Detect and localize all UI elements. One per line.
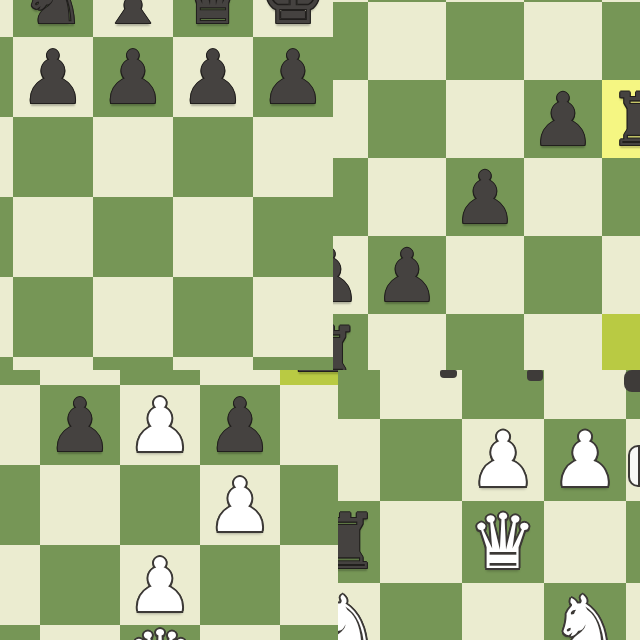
board-square[interactable] <box>338 370 380 419</box>
chess-board-collage: ♞♝♛♚♟♟♟♟♟♜♟♟♟♜♜♟♟♟♟♟♛♟♟♛♜♞♞ <box>0 0 640 640</box>
black-pawn[interactable]: ♟ <box>446 158 524 236</box>
board-square[interactable] <box>13 197 93 277</box>
board-square[interactable] <box>368 314 446 370</box>
black-rook[interactable]: ♜ <box>602 80 640 158</box>
board-square[interactable] <box>446 2 524 80</box>
black-pawn[interactable]: ♟ <box>93 37 173 117</box>
board-square[interactable] <box>368 158 446 236</box>
board-square[interactable] <box>446 236 524 314</box>
board-square[interactable] <box>524 236 602 314</box>
board-crop-bottom-right: ♟♟♛♜♞♞ <box>338 370 640 640</box>
black-knight[interactable]: ♞ <box>13 0 93 37</box>
piece-fragment <box>624 370 640 392</box>
board-square[interactable] <box>13 117 93 197</box>
board-square[interactable] <box>93 357 173 370</box>
board-square[interactable] <box>524 158 602 236</box>
board-square[interactable] <box>13 357 93 370</box>
white-pawn[interactable]: ♟ <box>120 385 200 465</box>
board-square[interactable] <box>200 625 280 640</box>
board-square[interactable] <box>280 465 338 545</box>
board-square[interactable] <box>0 0 13 37</box>
white-pawn[interactable]: ♟ <box>200 465 280 545</box>
board-square[interactable] <box>0 197 13 277</box>
board-square[interactable] <box>173 117 253 197</box>
white-queen[interactable]: ♛ <box>462 501 544 583</box>
piece-fragment <box>527 370 543 381</box>
highlighted-square[interactable] <box>602 314 640 370</box>
board-square[interactable] <box>602 158 640 236</box>
piece-fragment <box>628 445 640 487</box>
white-queen[interactable]: ♛ <box>120 617 200 640</box>
board-square[interactable] <box>338 419 380 501</box>
board-square[interactable] <box>40 625 120 640</box>
black-pawn[interactable]: ♟ <box>200 385 280 465</box>
black-king[interactable]: ♚ <box>253 0 333 37</box>
board-square[interactable] <box>93 117 173 197</box>
board-square[interactable] <box>0 385 40 465</box>
board-square[interactable] <box>0 545 40 625</box>
board-square[interactable] <box>173 277 253 357</box>
board-square[interactable] <box>280 385 338 465</box>
white-pawn[interactable]: ♟ <box>120 545 200 625</box>
black-rook[interactable]: ♜ <box>333 314 368 370</box>
board-square[interactable] <box>253 277 333 357</box>
board-square[interactable] <box>0 625 40 640</box>
board-square[interactable] <box>380 501 462 583</box>
board-square[interactable] <box>40 465 120 545</box>
white-knight[interactable]: ♞ <box>338 583 386 640</box>
board-square[interactable] <box>173 197 253 277</box>
black-pawn[interactable]: ♟ <box>13 37 93 117</box>
board-square[interactable] <box>626 583 640 640</box>
board-square[interactable] <box>626 501 640 583</box>
board-square[interactable] <box>0 277 13 357</box>
black-pawn[interactable]: ♟ <box>40 385 120 465</box>
board-square[interactable] <box>93 277 173 357</box>
board-square[interactable] <box>446 314 524 370</box>
black-pawn[interactable]: ♟ <box>333 236 368 314</box>
board-square[interactable] <box>0 465 40 545</box>
board-square[interactable] <box>333 158 368 236</box>
board-crop-bottom-left: ♜♟♟♟♟♟♛ <box>0 370 338 640</box>
black-pawn[interactable]: ♟ <box>524 80 602 158</box>
white-knight[interactable]: ♞ <box>544 583 626 640</box>
black-bishop[interactable]: ♝ <box>93 0 173 37</box>
board-crop-top-left: ♞♝♛♚♟♟♟♟ <box>0 0 333 370</box>
board-square[interactable] <box>0 37 13 117</box>
board-square[interactable] <box>602 2 640 80</box>
board-square[interactable] <box>446 80 524 158</box>
board-square[interactable] <box>380 583 462 640</box>
board-square[interactable] <box>253 357 333 370</box>
black-pawn[interactable]: ♟ <box>173 37 253 117</box>
board-square[interactable] <box>253 197 333 277</box>
board-square[interactable] <box>0 357 13 370</box>
white-pawn[interactable]: ♟ <box>544 419 626 501</box>
piece-fragment <box>440 370 457 378</box>
black-rook[interactable]: ♜ <box>338 501 386 583</box>
board-square[interactable] <box>368 80 446 158</box>
board-square[interactable] <box>0 370 40 385</box>
board-square[interactable] <box>380 419 462 501</box>
board-square[interactable] <box>524 314 602 370</box>
black-pawn[interactable]: ♟ <box>253 37 333 117</box>
board-square[interactable] <box>368 2 446 80</box>
black-rook[interactable]: ♜ <box>280 370 338 385</box>
board-square[interactable] <box>0 117 13 197</box>
board-square[interactable] <box>93 197 173 277</box>
board-square[interactable] <box>200 545 280 625</box>
board-square[interactable] <box>120 465 200 545</box>
board-square[interactable] <box>280 625 338 640</box>
board-square[interactable] <box>524 2 602 80</box>
board-square[interactable] <box>333 80 368 158</box>
board-square[interactable] <box>544 370 626 419</box>
board-square[interactable] <box>602 236 640 314</box>
board-square[interactable] <box>280 545 338 625</box>
board-square[interactable] <box>40 545 120 625</box>
board-crop-top-right: ♟♜♟♟♟♜ <box>333 0 640 370</box>
black-queen[interactable]: ♛ <box>173 0 253 37</box>
board-square[interactable] <box>544 501 626 583</box>
board-square[interactable] <box>333 2 368 80</box>
board-square[interactable] <box>253 117 333 197</box>
board-square[interactable] <box>462 583 544 640</box>
board-square[interactable] <box>13 277 93 357</box>
white-pawn[interactable]: ♟ <box>462 419 544 501</box>
black-pawn[interactable]: ♟ <box>368 236 446 314</box>
board-square[interactable] <box>173 357 253 370</box>
